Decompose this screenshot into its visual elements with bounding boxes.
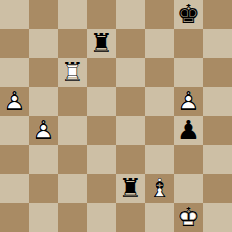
piece-black-pawn[interactable]: ♟	[174, 116, 203, 145]
square-c2[interactable]	[58, 174, 87, 203]
square-d4[interactable]	[87, 116, 116, 145]
square-h7[interactable]	[203, 29, 232, 58]
square-e1[interactable]	[116, 203, 145, 232]
square-a2[interactable]	[0, 174, 29, 203]
square-g7[interactable]	[174, 29, 203, 58]
square-f4[interactable]	[145, 116, 174, 145]
square-c7[interactable]	[58, 29, 87, 58]
square-a3[interactable]	[0, 145, 29, 174]
square-d3[interactable]	[87, 145, 116, 174]
square-h4[interactable]	[203, 116, 232, 145]
black-piece-glyph: ♜	[87, 29, 116, 58]
square-d5[interactable]	[87, 87, 116, 116]
square-a6[interactable]	[0, 58, 29, 87]
square-c3[interactable]	[58, 145, 87, 174]
piece-white-rook[interactable]: ♜♖	[58, 58, 87, 87]
square-a5[interactable]: ♟♙	[0, 87, 29, 116]
square-e3[interactable]	[116, 145, 145, 174]
white-piece-outline-layer: ♔	[174, 203, 203, 232]
square-e8[interactable]	[116, 0, 145, 29]
square-e5[interactable]	[116, 87, 145, 116]
square-b3[interactable]	[29, 145, 58, 174]
piece-white-king[interactable]: ♚♔	[174, 203, 203, 232]
square-b8[interactable]	[29, 0, 58, 29]
square-g3[interactable]	[174, 145, 203, 174]
piece-black-rook[interactable]: ♜	[87, 29, 116, 58]
square-e2[interactable]: ♜	[116, 174, 145, 203]
square-h3[interactable]	[203, 145, 232, 174]
piece-white-pawn[interactable]: ♟♙	[174, 87, 203, 116]
square-b5[interactable]	[29, 87, 58, 116]
black-piece-glyph: ♚	[174, 0, 203, 29]
square-b1[interactable]	[29, 203, 58, 232]
piece-black-king[interactable]: ♚	[174, 0, 203, 29]
square-f6[interactable]	[145, 58, 174, 87]
square-c6[interactable]: ♜♖	[58, 58, 87, 87]
piece-white-pawn[interactable]: ♟♙	[0, 87, 29, 116]
square-d1[interactable]	[87, 203, 116, 232]
square-b7[interactable]	[29, 29, 58, 58]
square-g5[interactable]: ♟♙	[174, 87, 203, 116]
square-a4[interactable]	[0, 116, 29, 145]
square-h8[interactable]	[203, 0, 232, 29]
square-f1[interactable]	[145, 203, 174, 232]
square-d7[interactable]: ♜	[87, 29, 116, 58]
square-d2[interactable]	[87, 174, 116, 203]
black-piece-glyph: ♜	[116, 174, 145, 203]
square-d8[interactable]	[87, 0, 116, 29]
white-piece-outline-layer: ♙	[29, 116, 58, 145]
square-h1[interactable]	[203, 203, 232, 232]
square-f2[interactable]: ♝♗	[145, 174, 174, 203]
square-e7[interactable]	[116, 29, 145, 58]
square-h5[interactable]	[203, 87, 232, 116]
square-d6[interactable]	[87, 58, 116, 87]
square-f3[interactable]	[145, 145, 174, 174]
piece-white-bishop[interactable]: ♝♗	[145, 174, 174, 203]
white-piece-outline-layer: ♗	[145, 174, 174, 203]
square-a7[interactable]	[0, 29, 29, 58]
square-f5[interactable]	[145, 87, 174, 116]
square-g2[interactable]	[174, 174, 203, 203]
square-h2[interactable]	[203, 174, 232, 203]
chess-board: ♚♜♜♖♟♙♟♙♟♙♟♜♝♗♚♔	[0, 0, 232, 232]
square-a8[interactable]	[0, 0, 29, 29]
piece-black-rook[interactable]: ♜	[116, 174, 145, 203]
square-g4[interactable]: ♟	[174, 116, 203, 145]
square-c1[interactable]	[58, 203, 87, 232]
square-b4[interactable]: ♟♙	[29, 116, 58, 145]
square-h6[interactable]	[203, 58, 232, 87]
square-f7[interactable]	[145, 29, 174, 58]
square-g8[interactable]: ♚	[174, 0, 203, 29]
square-e4[interactable]	[116, 116, 145, 145]
square-c4[interactable]	[58, 116, 87, 145]
white-piece-outline-layer: ♙	[0, 87, 29, 116]
square-g6[interactable]	[174, 58, 203, 87]
white-piece-outline-layer: ♙	[174, 87, 203, 116]
square-c5[interactable]	[58, 87, 87, 116]
square-f8[interactable]	[145, 0, 174, 29]
square-c8[interactable]	[58, 0, 87, 29]
white-piece-outline-layer: ♖	[58, 58, 87, 87]
black-piece-glyph: ♟	[174, 116, 203, 145]
square-b6[interactable]	[29, 58, 58, 87]
piece-white-pawn[interactable]: ♟♙	[29, 116, 58, 145]
square-e6[interactable]	[116, 58, 145, 87]
square-b2[interactable]	[29, 174, 58, 203]
square-a1[interactable]	[0, 203, 29, 232]
square-g1[interactable]: ♚♔	[174, 203, 203, 232]
